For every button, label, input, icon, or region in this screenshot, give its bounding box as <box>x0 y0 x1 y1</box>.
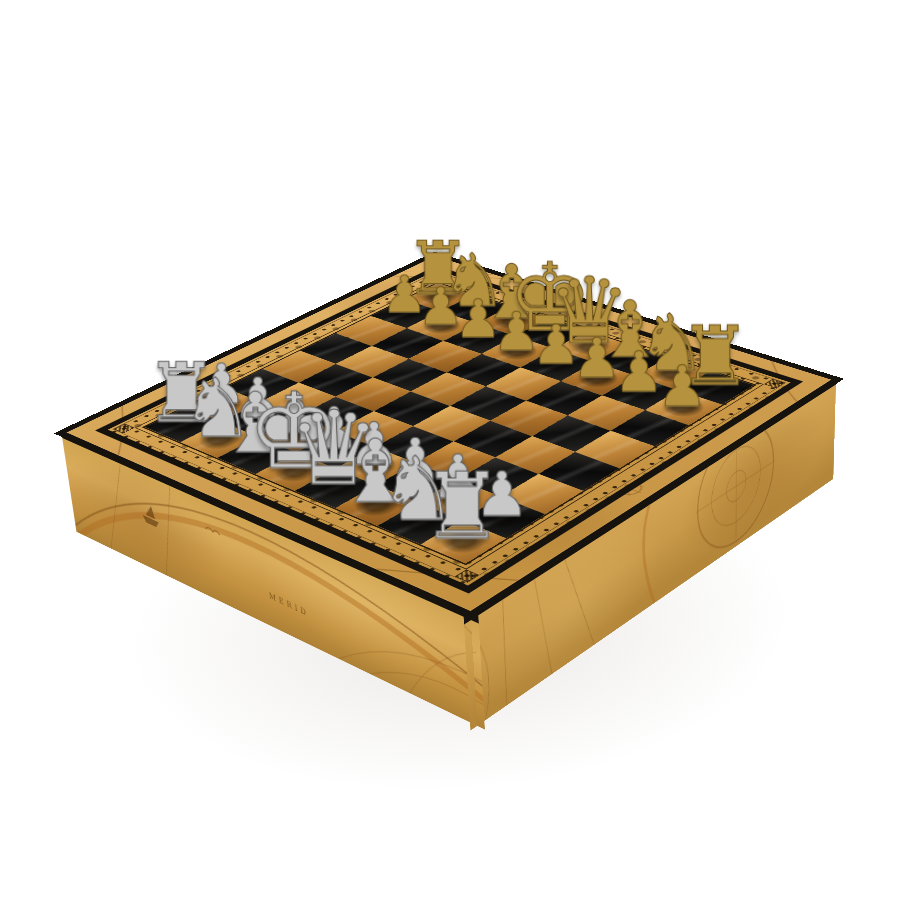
piece-glyph: ♜ <box>350 463 574 550</box>
chess-box-top: MERID <box>54 252 844 619</box>
map-label: MERID <box>268 590 309 619</box>
product-photo-stage: MERID <box>0 0 900 900</box>
scene: MERID <box>0 0 900 900</box>
filigree-corner-motif <box>455 569 479 582</box>
piece-glyph: ♟ <box>581 359 784 413</box>
map-arc-right <box>643 494 655 610</box>
